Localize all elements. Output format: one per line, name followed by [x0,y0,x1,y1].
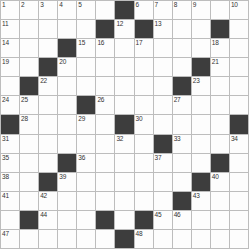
letter-cell[interactable] [230,192,248,210]
black-square [115,115,133,133]
letter-cell[interactable] [58,135,76,153]
letter-cell[interactable] [192,230,210,248]
letter-cell[interactable]: 6 [135,1,153,19]
black-square [154,135,172,153]
letter-cell[interactable] [154,115,172,133]
letter-cell[interactable]: 8 [173,1,191,19]
letter-cell[interactable]: 34 [230,135,248,153]
letter-cell[interactable] [77,173,95,191]
letter-cell[interactable] [230,20,248,38]
letter-cell[interactable]: 18 [211,39,229,57]
clue-number: 19 [2,58,9,66]
letter-cell[interactable] [192,96,210,114]
black-square [96,211,114,229]
letter-cell[interactable] [230,77,248,95]
letter-cell[interactable]: 17 [135,39,153,57]
letter-cell[interactable] [154,230,172,248]
clue-number: 18 [212,39,219,47]
letter-cell[interactable]: 21 [211,58,229,76]
letter-cell[interactable]: 47 [1,230,19,248]
letter-cell[interactable] [135,154,153,172]
clue-number: 41 [2,192,9,200]
letter-cell[interactable] [135,192,153,210]
letter-cell[interactable]: 45 [154,211,172,229]
letter-cell[interactable] [58,77,76,95]
letter-cell[interactable] [96,135,114,153]
letter-cell[interactable]: 38 [1,173,19,191]
letter-cell[interactable]: 1 [1,1,19,19]
clue-number: 39 [59,173,66,181]
letter-cell[interactable]: 43 [192,192,210,210]
letter-cell[interactable] [173,230,191,248]
letter-cell[interactable]: 37 [154,154,172,172]
letter-cell[interactable] [39,135,57,153]
black-square [20,77,38,95]
letter-cell[interactable] [211,211,229,229]
letter-cell[interactable] [115,58,133,76]
letter-cell[interactable] [211,77,229,95]
letter-cell[interactable] [135,173,153,191]
black-square [39,58,57,76]
letter-cell[interactable] [77,230,95,248]
clue-number: 31 [2,135,9,143]
letter-cell[interactable]: 16 [96,39,114,57]
clue-number: 9 [193,1,196,9]
letter-cell[interactable] [20,173,38,191]
black-square [173,77,191,95]
clue-number: 40 [212,173,219,181]
black-square [135,20,153,38]
clue-number: 1 [2,1,5,9]
letter-cell[interactable] [211,192,229,210]
black-square [230,115,248,133]
letter-cell[interactable] [77,58,95,76]
clue-number: 22 [40,77,47,85]
letter-cell[interactable]: 36 [77,154,95,172]
black-square [211,20,229,38]
black-square [1,115,19,133]
letter-cell[interactable]: 26 [96,96,114,114]
letter-cell[interactable] [96,115,114,133]
letter-cell[interactable] [173,39,191,57]
black-square [77,96,95,114]
black-square [96,20,114,38]
letter-cell[interactable] [58,20,76,38]
letter-cell[interactable] [173,20,191,38]
black-square [192,173,210,191]
letter-cell[interactable]: 41 [1,192,19,210]
letter-cell[interactable] [135,96,153,114]
letter-cell[interactable] [20,58,38,76]
letter-cell[interactable]: 48 [135,230,153,248]
letter-cell[interactable] [77,20,95,38]
letter-cell[interactable] [20,154,38,172]
letter-cell[interactable]: 28 [20,115,38,133]
black-square [115,230,133,248]
letter-cell[interactable] [96,58,114,76]
letter-cell[interactable]: 11 [1,20,19,38]
letter-cell[interactable] [230,154,248,172]
clue-number: 34 [231,135,238,143]
letter-cell[interactable]: 22 [39,77,57,95]
letter-cell[interactable] [192,135,210,153]
letter-cell[interactable] [230,96,248,114]
letter-cell[interactable]: 23 [192,77,210,95]
letter-cell[interactable] [39,154,57,172]
letter-cell[interactable] [173,173,191,191]
letter-cell[interactable] [230,211,248,229]
letter-cell[interactable]: 25 [20,96,38,114]
clue-number: 29 [78,115,85,123]
letter-cell[interactable] [115,96,133,114]
black-square [211,154,229,172]
letter-cell[interactable] [192,211,210,229]
letter-cell[interactable] [173,154,191,172]
clue-number: 20 [59,58,66,66]
letter-cell[interactable] [58,211,76,229]
letter-cell[interactable] [77,135,95,153]
letter-cell[interactable] [230,230,248,248]
letter-cell[interactable] [115,173,133,191]
letter-cell[interactable] [192,154,210,172]
letter-cell[interactable] [39,115,57,133]
letter-cell[interactable]: 14 [1,39,19,57]
letter-cell[interactable]: 33 [173,135,191,153]
letter-cell[interactable] [39,230,57,248]
letter-cell[interactable]: 10 [230,1,248,19]
letter-cell[interactable] [1,77,19,95]
clue-number: 45 [155,211,162,219]
letter-cell[interactable]: 24 [1,96,19,114]
letter-cell[interactable] [39,39,57,57]
letter-cell[interactable] [96,173,114,191]
letter-cell[interactable] [20,230,38,248]
letter-cell[interactable]: 27 [173,96,191,114]
letter-cell[interactable] [77,192,95,210]
clue-number: 6 [136,1,139,9]
letter-cell[interactable] [39,96,57,114]
letter-cell[interactable] [154,39,172,57]
black-square [115,1,133,19]
letter-cell[interactable] [230,173,248,191]
clue-number: 37 [155,154,162,162]
clue-number: 24 [2,96,9,104]
clue-number: 10 [231,1,238,9]
clue-number: 14 [2,39,9,47]
letter-cell[interactable] [20,192,38,210]
black-square [58,39,76,57]
crossword-grid: 1234567891011121314151617181920212223242… [0,0,249,249]
letter-cell[interactable] [1,211,19,229]
clue-number: 5 [78,1,81,9]
clue-number: 4 [59,1,62,9]
letter-cell[interactable] [135,58,153,76]
letter-cell[interactable]: 46 [173,211,191,229]
black-square [135,211,153,229]
letter-cell[interactable] [115,154,133,172]
black-square [39,173,57,191]
letter-cell[interactable]: 29 [77,115,95,133]
letter-cell[interactable] [135,135,153,153]
clue-number: 42 [40,192,47,200]
black-square [58,154,76,172]
letter-cell[interactable] [192,39,210,57]
clue-number: 26 [97,96,104,104]
letter-cell[interactable] [211,115,229,133]
clue-number: 44 [40,211,47,219]
letter-cell[interactable] [115,211,133,229]
letter-cell[interactable] [58,115,76,133]
clue-number: 8 [174,1,177,9]
clue-number: 30 [136,115,143,123]
clue-number: 38 [2,173,9,181]
letter-cell[interactable]: 7 [154,1,172,19]
letter-cell[interactable] [20,39,38,57]
clue-number: 3 [40,1,43,9]
letter-cell[interactable]: 15 [77,39,95,57]
letter-cell[interactable]: 31 [1,135,19,153]
letter-cell[interactable]: 32 [115,135,133,153]
letter-cell[interactable]: 42 [39,192,57,210]
letter-cell[interactable]: 2 [20,1,38,19]
letter-cell[interactable] [154,173,172,191]
letter-cell[interactable]: 40 [211,173,229,191]
clue-number: 16 [97,39,104,47]
clue-number: 17 [136,39,143,47]
clue-number: 21 [212,58,219,66]
letter-cell[interactable] [96,154,114,172]
letter-cell[interactable] [115,39,133,57]
clue-number: 7 [155,1,158,9]
black-square [20,211,38,229]
clue-number: 35 [2,154,9,162]
letter-cell[interactable] [230,58,248,76]
letter-cell[interactable] [192,115,210,133]
black-square [192,58,210,76]
clue-number: 11 [2,20,8,28]
letter-cell[interactable] [96,230,114,248]
clue-number: 43 [193,192,200,200]
letter-cell[interactable]: 13 [154,20,172,38]
letter-cell[interactable] [154,192,172,210]
clue-number: 25 [21,96,28,104]
letter-cell[interactable] [230,39,248,57]
letter-cell[interactable]: 5 [77,1,95,19]
letter-cell[interactable] [211,135,229,153]
clue-number: 23 [193,77,200,85]
clue-number: 33 [174,135,181,143]
letter-cell[interactable] [135,77,153,95]
clue-number: 46 [174,211,181,219]
black-square [173,192,191,210]
letter-cell[interactable] [154,58,172,76]
letter-cell[interactable]: 30 [135,115,153,133]
letter-cell[interactable] [58,96,76,114]
letter-cell[interactable]: 44 [39,211,57,229]
clue-number: 12 [116,20,123,28]
clue-number: 47 [2,230,9,238]
letter-cell[interactable] [154,96,172,114]
clue-number: 13 [155,20,162,28]
letter-cell[interactable]: 4 [58,1,76,19]
letter-cell[interactable]: 12 [115,20,133,38]
letter-cell[interactable] [192,20,210,38]
clue-number: 32 [116,135,123,143]
letter-cell[interactable]: 39 [58,173,76,191]
letter-cell[interactable] [39,20,57,38]
letter-cell[interactable] [211,1,229,19]
letter-cell[interactable]: 3 [39,1,57,19]
letter-cell[interactable] [173,58,191,76]
letter-cell[interactable] [96,1,114,19]
clue-number: 48 [136,230,143,238]
letter-cell[interactable] [211,230,229,248]
clue-number: 36 [78,154,85,162]
clue-number: 27 [174,96,181,104]
letter-cell[interactable] [154,77,172,95]
letter-cell[interactable] [115,77,133,95]
letter-cell[interactable] [96,77,114,95]
letter-cell[interactable] [20,135,38,153]
letter-cell[interactable] [211,96,229,114]
letter-cell[interactable] [20,20,38,38]
letter-cell[interactable] [77,77,95,95]
clue-number: 2 [21,1,24,9]
letter-cell[interactable] [58,230,76,248]
letter-cell[interactable]: 9 [192,1,210,19]
letter-cell[interactable] [96,192,114,210]
letter-cell[interactable]: 20 [58,58,76,76]
letter-cell[interactable] [115,192,133,210]
letter-cell[interactable]: 19 [1,58,19,76]
letter-cell[interactable]: 35 [1,154,19,172]
letter-cell[interactable] [173,115,191,133]
clue-number: 28 [21,115,28,123]
clue-number: 15 [78,39,85,47]
letter-cell[interactable] [77,211,95,229]
letter-cell[interactable] [58,192,76,210]
